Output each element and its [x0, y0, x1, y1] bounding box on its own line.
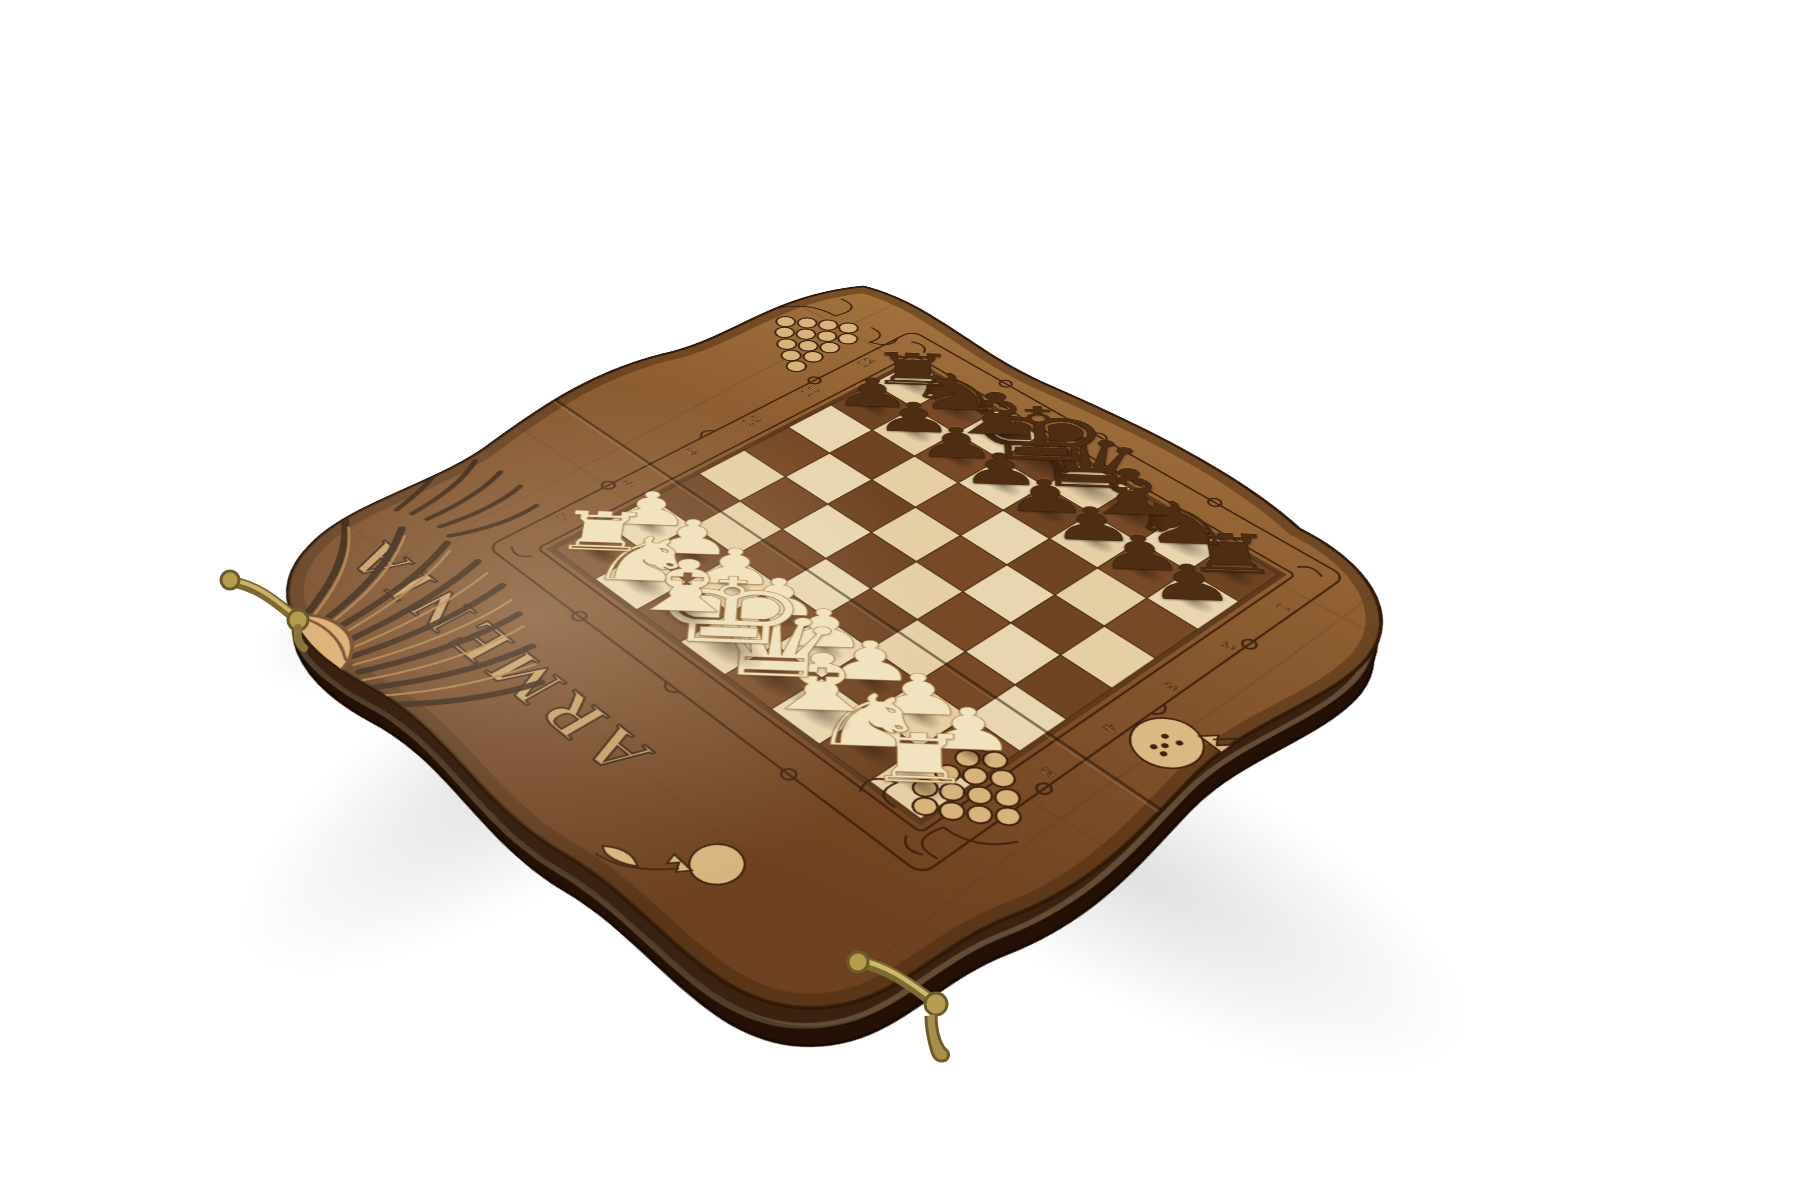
photo-scene: 123456789101112	[0, 0, 1800, 1200]
brass-latch-bottom[interactable]	[838, 942, 968, 1072]
brass-latch-left[interactable]	[214, 556, 324, 666]
chess-board: 123456789101112	[196, 259, 1468, 1100]
